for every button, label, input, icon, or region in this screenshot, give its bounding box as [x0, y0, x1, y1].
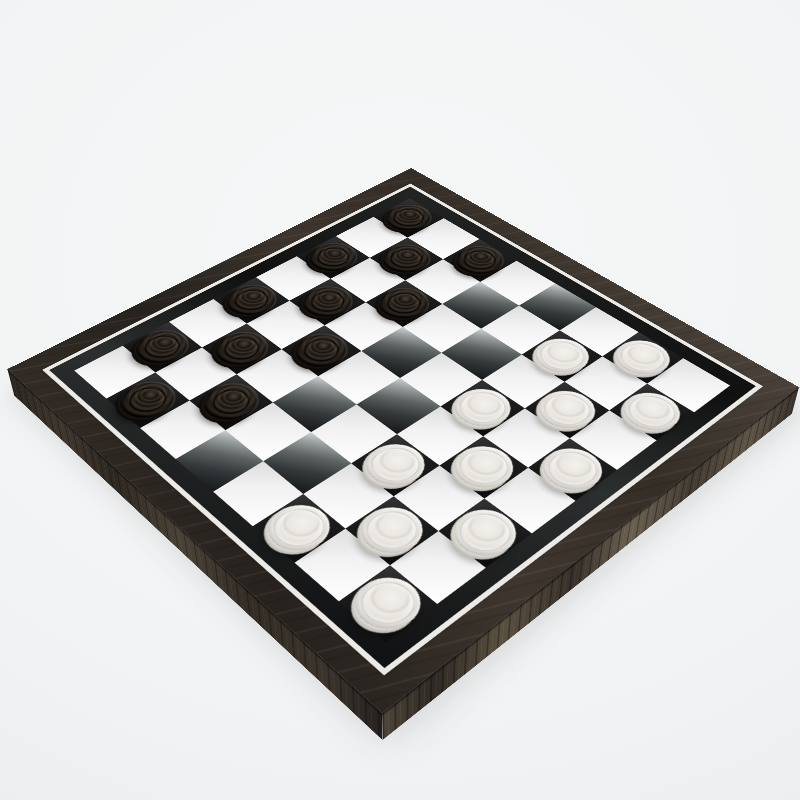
black-checker[interactable]	[109, 374, 186, 426]
white-checker[interactable]	[354, 436, 436, 494]
piece-cell-r8c6	[253, 494, 346, 563]
square-r6c4[interactable]	[273, 376, 357, 432]
white-checker[interactable]	[443, 438, 525, 496]
piece-cell-r2c8	[609, 384, 694, 441]
square-r7c8[interactable]	[390, 531, 486, 604]
piece-cell-r8c3	[140, 401, 225, 459]
white-checker[interactable]	[612, 385, 691, 438]
square-r8c2[interactable]	[106, 372, 189, 428]
piece-cell-r5c7	[440, 436, 529, 498]
piece-cell-r5c8	[484, 468, 575, 534]
square-r6c7[interactable]	[394, 465, 485, 531]
square-r5c6[interactable]	[397, 406, 483, 465]
piece-cell-r8c5	[213, 461, 303, 526]
piece-cell-r7c3	[189, 374, 272, 430]
pieces-grid	[74, 198, 730, 642]
square-r8c8[interactable]	[339, 565, 437, 642]
square-r8c4[interactable]	[176, 430, 264, 492]
square-r2c8[interactable]	[609, 384, 694, 441]
piece-cell-r8c2	[106, 372, 189, 428]
piece-cell-r8c7	[295, 529, 390, 602]
square-r7c6[interactable]	[303, 463, 393, 528]
board-frame	[7, 168, 799, 713]
square-r4c6[interactable]	[441, 380, 525, 436]
piece-cell-r8c8	[339, 565, 437, 642]
black-checker[interactable]	[192, 376, 270, 428]
square-r7c7[interactable]	[345, 496, 438, 565]
piece-cell-r4c6	[441, 380, 525, 436]
square-r6c8[interactable]	[438, 499, 531, 568]
piece-cell-r3c8	[570, 410, 657, 470]
white-checker[interactable]	[443, 382, 521, 434]
square-r8c7[interactable]	[295, 529, 390, 602]
white-checker[interactable]	[442, 501, 529, 565]
piece-cell-r3c7	[525, 382, 610, 439]
piece-cell-r7c6	[303, 463, 393, 528]
square-r7c3[interactable]	[189, 374, 272, 430]
piece-cell-r8c4	[176, 430, 264, 492]
square-r7c4[interactable]	[225, 402, 311, 461]
square-r4c8[interactable]	[528, 438, 617, 501]
square-r5c7[interactable]	[440, 436, 529, 498]
piece-cell-r4c8	[528, 438, 617, 501]
piece-cell-r6c8	[438, 499, 531, 568]
square-r6c5[interactable]	[311, 404, 397, 463]
piece-cell-r6c7	[394, 465, 485, 531]
white-checker[interactable]	[531, 440, 614, 498]
piece-cell-r6c5	[311, 404, 397, 463]
square-r8c5[interactable]	[213, 461, 303, 526]
piece-cell-r7c7	[345, 496, 438, 565]
white-checker[interactable]	[349, 499, 436, 563]
square-r6c6[interactable]	[351, 434, 439, 496]
piece-cell-r7c5	[263, 432, 351, 494]
piece-cell-r6c4	[273, 376, 357, 432]
square-r3c8[interactable]	[570, 410, 657, 470]
piece-cell-r5c6	[397, 406, 483, 465]
scene	[0, 0, 800, 800]
piece-cell-r7c8	[390, 531, 486, 604]
square-r4c7[interactable]	[483, 408, 570, 467]
square-r5c5[interactable]	[357, 378, 441, 434]
white-checker[interactable]	[342, 568, 434, 640]
white-checker[interactable]	[256, 496, 342, 560]
white-checker[interactable]	[528, 384, 607, 437]
square-r5c8[interactable]	[484, 468, 575, 534]
piece-cell-r6c6	[351, 434, 439, 496]
piece-cell-r7c4	[225, 402, 311, 461]
square-r8c6[interactable]	[253, 494, 346, 563]
square-r7c5[interactable]	[263, 432, 351, 494]
square-r8c3[interactable]	[140, 401, 225, 459]
square-r3c7[interactable]	[525, 382, 610, 439]
checkers-board	[7, 168, 799, 713]
piece-cell-r4c7	[483, 408, 570, 467]
piece-cell-r5c5	[357, 378, 441, 434]
